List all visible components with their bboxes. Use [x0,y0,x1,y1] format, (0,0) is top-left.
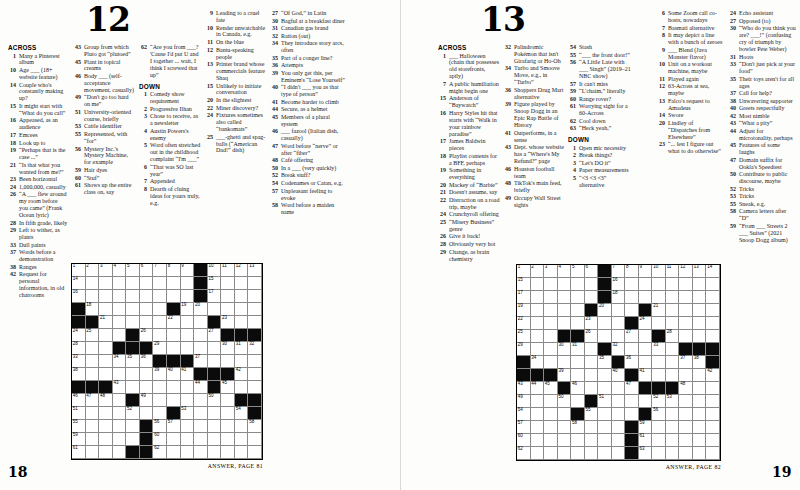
white-cell: 51 [598,395,612,408]
clue-text: Falco's request to Amadeus [668,98,710,111]
clue: 19“Perhaps that is the case ...” [8,147,68,161]
white-cell [153,277,167,290]
white-cell [544,304,558,317]
white-cell [86,433,100,446]
white-cell: 7 [612,265,626,278]
clue-number: 47 [270,143,278,150]
clue-number: 11 [205,39,213,46]
clue-text: “Stuf” [84,175,99,181]
white-cell: 14 [706,265,720,278]
clue-text: Mystery Inc.'s Mystery Machine, for exam… [84,146,128,166]
clue-text: Unpleasant feeling to evoke [281,188,332,201]
white-cell: 24 [72,329,86,342]
white-cell: 58 [248,420,262,433]
clue: 20Mackey of “Barbie” [438,182,500,189]
white-cell [153,316,167,329]
clue: 241,000,000, casually [8,184,68,191]
clue-number: 43 [503,144,511,151]
clue-text: Open mic necessity [579,145,626,151]
white-cell: 19 [181,303,195,316]
white-cell: 11 [666,265,680,278]
black-cell [679,343,693,356]
clue-number: 33 [728,61,736,68]
black-cell [208,316,222,329]
clue-text: Give it back! [449,233,480,239]
clue-number: 35 [728,76,736,83]
cell-number: 30 [558,343,563,348]
cell-number: 9 [640,265,643,270]
clue: 49“Don't go too hard on me” [73,94,135,108]
black-cell [248,329,262,342]
white-cell [706,291,720,304]
cell-number: 43 [114,381,119,386]
cell-number: 19 [181,303,186,308]
white-cell [248,277,262,290]
clue-number: 40 [728,105,736,112]
clue-number: 47 [728,157,736,164]
clue-text: “Misery Business” genre [449,219,494,232]
clue: 12Bantu-speaking people [205,47,266,61]
white-cell: 53 [181,407,195,420]
clue: 35Part of a conger line? [270,55,346,62]
clue-number: 27 [728,18,736,25]
cell-number: 45 [222,381,227,386]
white-cell [679,304,693,317]
white-cell [99,433,113,446]
black-cell [612,356,626,369]
clue-text: Features of some laughs [739,142,780,155]
white-cell [598,447,612,460]
clue-number: 46 [73,73,81,80]
clue-text: Appended [150,178,175,184]
clue: 26Give it back! [438,233,500,240]
white-cell [693,408,707,421]
black-cell [625,447,639,460]
white-cell: 21 [652,304,666,317]
white-cell [652,447,666,460]
cell-number: 54 [236,407,241,412]
white-cell: 8 [167,264,181,277]
clue: 43“What a pity” [728,120,796,127]
white-cell: 37 [194,355,208,368]
white-cell [99,355,113,368]
white-cell [531,278,545,291]
clue-number: 2 [568,152,576,159]
clue-text: Secure, as a helmet [281,106,327,112]
white-cell [531,421,545,434]
black-cell [181,355,195,368]
clue-text: ___ Halloween (chain that possesses old … [449,53,499,80]
clue-text: Sneak, e.g. [739,201,765,207]
cell-number: 37 [195,355,200,360]
white-cell [235,433,249,446]
cell-number: 2 [86,264,89,269]
clue-number: 60 [73,175,81,182]
white-cell: 57 [517,421,531,434]
clue-number: 37 [8,249,16,256]
cell-number: 34 [114,355,119,360]
white-cell: 38 [693,356,707,369]
clue-number: 57 [568,81,576,88]
cell-number: 35 [127,355,132,360]
clue-number: 49 [73,94,81,101]
clue: 40“I didn't ___ you as that type of pers… [270,84,346,98]
clue-text: Miner discovery? [216,105,258,111]
cell-number: 51 [599,395,604,400]
white-cell [99,407,113,420]
white-cell [531,330,545,343]
clue: 18Look up to [8,140,68,147]
clue: 55Represented, with “for” [73,131,135,145]
clue-number: 23 [657,141,665,148]
clue-text: Tricks [739,186,754,192]
white-cell [679,317,693,330]
white-cell [639,356,653,369]
white-cell [86,277,100,290]
white-cell [652,291,666,304]
cell-number: 52 [653,395,658,400]
clue-text: Group from which Pluto got “plutoed” [84,44,131,57]
clue-text: Figure played by Snoop Dogg in an Epic R… [514,101,559,128]
clue: 60Range rover? [568,96,632,103]
white-cell [571,304,585,317]
white-cell: 39 [153,368,167,381]
cell-number: 38 [73,368,78,373]
white-cell [652,434,666,447]
puzzle-12-clue-column-1: ACROSS1Many a Pinterest album10Age ___ (… [8,44,68,458]
black-cell [598,265,612,278]
clue-text: Unwavering supporter [739,98,793,104]
clue-text: Worrying sight for a 60-Across [579,103,628,116]
cell-number: 18 [86,303,91,308]
white-cell [531,317,545,330]
white-cell [181,290,195,303]
cell-number: 8 [168,264,171,269]
crossword-grid-13: 1234567891011121314151617181920212223242… [516,264,721,461]
white-cell [221,355,235,368]
white-cell [248,355,262,368]
clue-number: 19 [8,147,16,154]
white-cell: 35 [598,356,612,369]
black-cell [86,316,100,329]
puzzle-12-title: 12 [70,3,146,36]
clue: 34Turbo and Smoove Move, e.g., in “Turbo… [503,65,565,86]
white-cell: 48 [679,382,693,395]
cell-number: 31 [236,342,241,347]
clue-text: “... lest I figure out what to do otherw… [668,141,721,154]
cell-number: 47 [626,382,631,387]
white-cell: 32 [248,342,262,355]
white-cell [248,368,262,381]
clue-number: 9 [657,47,665,54]
clue-number: 54 [568,44,576,51]
white-cell [639,278,653,291]
white-cell [706,382,720,395]
crossword-grid-12: 1234567891011121314151617181920212223242… [71,263,263,460]
cell-number: 21 [653,304,658,309]
white-cell [558,356,572,369]
white-cell: 60 [153,433,167,446]
clue-text: Chose to receive, as a newsletter [150,113,198,126]
clue-text: “Don't go too hard on me” [84,94,129,107]
clue: 14Swore [657,112,723,119]
white-cell [706,447,720,460]
black-cell [140,342,154,355]
cell-number: 49 [518,395,523,400]
cell-number: 14 [73,277,78,282]
clue: 3“Let's DO it” [568,160,632,167]
cell-number: 55 [73,420,78,425]
puzzle-13-clue-column-1: ACROSS1___ Halloween (chain that possess… [438,44,500,458]
white-cell: 25 [86,329,100,342]
cell-number: 6 [585,265,588,270]
clue-number: 39 [503,101,511,108]
black-cell [72,303,86,316]
clue: 38Unwavering supporter [728,98,796,105]
white-cell [612,330,626,343]
clue: 5Word often stretched out in the childho… [139,142,201,163]
black-cell [167,303,181,316]
puzzle-13-answer-note: ANSWER, PAGE 82 [621,464,721,470]
black-cell [625,317,639,330]
black-cell [517,369,531,382]
white-cell [571,434,585,447]
white-cell [113,290,127,303]
clue: 58Word before a maiden name [270,202,346,216]
clue: 46Body ___ (self-acceptance movement, ca… [73,73,135,94]
black-cell [235,329,249,342]
white-cell [181,381,195,394]
cell-number: 38 [694,356,699,361]
white-cell: 42 [235,368,249,381]
clue: 59“L'chaim,” literally [568,88,632,95]
clue-number: 34 [503,65,511,72]
clue: 29Left to wither, as plants [8,227,68,241]
black-cell [194,277,208,290]
clue-text: Played again [668,76,699,82]
clue-text: James Baldwin pieces [449,138,486,151]
white-cell: 56 [652,408,666,421]
clue-text: Greets respectfully [739,105,784,111]
white-cell [140,277,154,290]
clue-text: Some Zoom call co-hosts, nowadays [668,10,717,23]
white-cell [140,290,154,303]
clue-text: Render unwatchable in Canada, e.g. [216,25,265,38]
clue-text: ___-ghetti and spag-balls (“American Dad… [216,134,265,154]
clue-text: Houston football team [514,166,555,179]
clue-text: ___ Blend (Java Monster flavor) [668,47,707,60]
black-cell [598,291,612,304]
clue-number: 43 [728,120,736,127]
clue-number: 30 [270,18,278,25]
black-cell [666,382,680,395]
clue-number: 10 [657,61,665,68]
white-cell: 40 [167,368,181,381]
black-cell [706,343,720,356]
white-cell: 28 [72,342,86,355]
cell-number: 60 [518,434,523,439]
white-cell: 22 [167,316,181,329]
white-cell [612,382,626,395]
clue: 37Call for help? [728,90,796,97]
clue-number: 46 [503,166,511,173]
cell-number: 58 [572,421,577,426]
clue: 7Appended [139,178,201,185]
white-cell: 40 [612,369,626,382]
clue-text: Obviously very hot [449,241,495,247]
white-cell [208,355,222,368]
white-cell [167,394,181,407]
white-cell: 10 [652,265,666,278]
white-cell: 62 [517,447,531,460]
clue-number: 23 [8,176,16,183]
clue-number: 45 [73,59,81,66]
cell-number: 10 [653,265,658,270]
white-cell: 46 [72,394,86,407]
white-cell: 43 [517,382,531,395]
clue-number: 61 [568,103,576,110]
clue-text: In a ___ (very quickly) [281,165,336,171]
black-cell [167,355,181,368]
white-cell: 30 [221,342,235,355]
clue-text: Emcees [19,132,38,138]
white-cell [666,421,680,434]
white-cell: 46 [571,382,585,395]
clue: 55Sneak, e.g. [728,201,796,208]
clue-text: Echo assistant [739,10,773,16]
clue-number: 45 [728,142,736,149]
white-cell [558,434,572,447]
clue-text: Anderson of “Baywatch” [449,95,479,108]
white-cell [598,382,612,395]
cell-number: 57 [518,421,523,426]
cell-number: 62 [154,446,159,451]
white-cell: 59 [72,433,86,446]
clue-number: 55 [728,201,736,208]
clue-text: Distraction on a road trip, maybe [449,197,499,210]
white-cell [86,355,100,368]
white-cell [666,343,680,356]
cell-number: 16 [73,290,78,295]
white-cell [706,304,720,317]
black-cell [652,330,666,343]
clue: 3Chose to receive, as a newsletter [139,113,201,127]
white-cell: 49 [517,395,531,408]
white-cell [666,369,680,382]
clue: 24Echo assistant [728,10,796,17]
white-cell [99,420,113,433]
white-cell [544,395,558,408]
clue-number: 22 [205,105,213,112]
white-cell [558,304,572,317]
clue-number: 60 [568,96,576,103]
cell-number: 33 [653,343,658,348]
white-cell [99,329,113,342]
clue-text: Attempts [281,62,303,68]
cell-number: 13 [249,264,254,269]
white-cell: 55 [72,420,86,433]
clue: 20Lindley of “Dispatches from Elsewhere” [657,120,723,141]
white-cell [194,394,208,407]
white-cell [194,407,208,420]
clue-number: 51 [73,109,81,116]
cell-number: 27 [626,330,631,335]
white-cell [140,407,154,420]
white-cell [544,330,558,343]
cell-number: 10 [209,264,214,269]
clue: 61Shows up the entire class on, say [73,182,135,196]
cell-number: 56 [154,420,159,425]
clue-number: 16 [8,117,16,124]
white-cell [598,330,612,343]
white-cell [181,420,195,433]
clue: 40Greets respectfully [728,105,796,112]
cell-number: 55 [585,408,590,413]
clue-number: 26 [438,233,446,240]
cell-number: 22 [168,316,173,321]
white-cell [140,381,154,394]
white-cell [625,291,639,304]
clue: 19Something in everything [438,167,500,181]
white-cell [181,329,195,342]
black-cell [571,330,585,343]
white-cell [221,433,235,446]
clue: 21“Is that what you wanted from me?” [8,162,68,176]
clue-number: 3 [139,113,147,120]
white-cell: 20 [598,304,612,317]
white-cell [208,407,222,420]
white-cell [235,381,249,394]
white-cell [639,330,653,343]
white-cell [86,368,100,381]
white-cell [612,421,626,434]
white-cell [571,369,585,382]
clue-text: Domain suffix for Ookla's Speedtest [739,157,782,170]
cell-number: 14 [707,265,712,270]
clue-number: 1 [8,53,16,60]
clue-text: Basmati alternative [668,25,714,31]
white-cell [612,434,626,447]
clue-text: Become harder to climb [281,99,339,105]
clue-number: 39 [270,70,278,77]
clue: 1Comedy show requirement [139,91,201,105]
clue-number: 19 [438,167,446,174]
white-cell: 26 [585,330,599,343]
puzzle-12-answer-note: ANSWER, PAGE 81 [163,463,263,469]
clue: 47Word before “nerve” or after “fiber” [270,143,346,157]
white-cell [153,407,167,420]
cell-number: 4 [114,264,117,269]
white-cell [140,316,154,329]
clue-text: “Are you from ___? 'Cause I'd put U and … [150,44,199,78]
clue-number: 17 [8,132,16,139]
white-cell [235,355,249,368]
white-cell: 49 [140,394,154,407]
cell-number: 20 [599,304,604,309]
clue-text: Canadian gas brand [281,25,328,31]
clue: 46___ fazool (Italian dish, casually) [270,128,346,142]
clue: 57It can't miss [568,81,632,88]
white-cell [248,381,262,394]
clue-number: 55 [73,131,81,138]
clue-number: 15 [8,103,16,110]
clue: 14Couple who's constantly making up? [8,82,68,103]
puzzle-12-clue-column-2: 43Group from which Pluto got “plutoed”45… [73,44,135,260]
cell-number: 60 [154,433,159,438]
clue-text: “From ___ Streets 2 ___ Suites” (2021 Sn… [739,223,788,243]
clue-text: Unlikely to initiate conversation [216,83,261,96]
clue: 48TikTok's main feed, briefly [503,180,565,194]
